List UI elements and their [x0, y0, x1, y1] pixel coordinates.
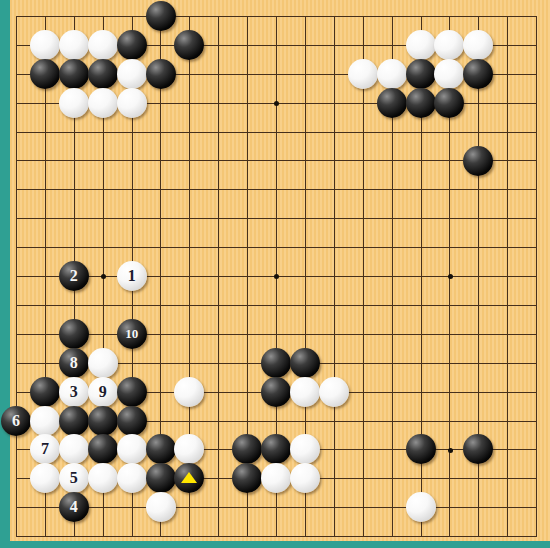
- intersection[interactable]: [204, 146, 233, 175]
- intersection[interactable]: [348, 88, 377, 117]
- intersection[interactable]: [319, 377, 348, 406]
- intersection[interactable]: [406, 146, 435, 175]
- intersection[interactable]: [522, 59, 550, 88]
- intersection[interactable]: [31, 233, 60, 262]
- intersection[interactable]: [117, 348, 146, 377]
- intersection[interactable]: [204, 262, 233, 291]
- intersection[interactable]: 9: [88, 377, 117, 406]
- intersection[interactable]: [2, 348, 31, 377]
- intersection[interactable]: [377, 262, 406, 291]
- intersection[interactable]: [31, 204, 60, 233]
- intersection[interactable]: [175, 291, 204, 320]
- intersection[interactable]: [262, 146, 291, 175]
- intersection[interactable]: [31, 522, 60, 548]
- intersection[interactable]: [233, 117, 262, 146]
- intersection[interactable]: [435, 117, 464, 146]
- intersection[interactable]: [522, 146, 550, 175]
- intersection[interactable]: [146, 493, 175, 522]
- intersection[interactable]: [2, 291, 31, 320]
- intersection[interactable]: [262, 291, 291, 320]
- intersection[interactable]: [31, 2, 60, 31]
- intersection[interactable]: [435, 493, 464, 522]
- intersection[interactable]: [522, 319, 550, 348]
- intersection[interactable]: [175, 59, 204, 88]
- intersection[interactable]: [291, 522, 320, 548]
- intersection[interactable]: [146, 31, 175, 60]
- intersection[interactable]: [204, 348, 233, 377]
- intersection[interactable]: [319, 319, 348, 348]
- intersection[interactable]: [319, 464, 348, 493]
- intersection[interactable]: [464, 319, 493, 348]
- intersection[interactable]: [319, 175, 348, 204]
- intersection[interactable]: [204, 31, 233, 60]
- intersection[interactable]: [59, 435, 88, 464]
- intersection[interactable]: [117, 204, 146, 233]
- intersection[interactable]: [319, 435, 348, 464]
- intersection[interactable]: [59, 88, 88, 117]
- intersection[interactable]: [493, 377, 522, 406]
- intersection[interactable]: [233, 291, 262, 320]
- intersection[interactable]: [31, 146, 60, 175]
- intersection[interactable]: [377, 146, 406, 175]
- intersection[interactable]: [2, 522, 31, 548]
- intersection[interactable]: [435, 175, 464, 204]
- intersection[interactable]: [377, 522, 406, 548]
- intersection[interactable]: [464, 233, 493, 262]
- intersection[interactable]: [291, 175, 320, 204]
- intersection[interactable]: [146, 204, 175, 233]
- intersection[interactable]: [291, 435, 320, 464]
- intersection[interactable]: [522, 406, 550, 435]
- intersection[interactable]: [117, 233, 146, 262]
- intersection[interactable]: [291, 493, 320, 522]
- intersection[interactable]: [2, 146, 31, 175]
- intersection[interactable]: [319, 88, 348, 117]
- intersection[interactable]: [233, 464, 262, 493]
- intersection[interactable]: [464, 175, 493, 204]
- intersection[interactable]: [204, 522, 233, 548]
- intersection[interactable]: [348, 319, 377, 348]
- intersection[interactable]: [233, 88, 262, 117]
- intersection[interactable]: [31, 117, 60, 146]
- intersection[interactable]: [233, 146, 262, 175]
- intersection[interactable]: [377, 175, 406, 204]
- intersection[interactable]: [262, 204, 291, 233]
- intersection[interactable]: [31, 59, 60, 88]
- intersection[interactable]: [406, 291, 435, 320]
- intersection[interactable]: [377, 204, 406, 233]
- intersection[interactable]: [291, 117, 320, 146]
- intersection[interactable]: [435, 348, 464, 377]
- intersection[interactable]: [319, 493, 348, 522]
- intersection[interactable]: [117, 31, 146, 60]
- intersection[interactable]: [31, 175, 60, 204]
- intersection[interactable]: [31, 291, 60, 320]
- intersection[interactable]: [175, 31, 204, 60]
- intersection[interactable]: [348, 348, 377, 377]
- intersection[interactable]: [233, 2, 262, 31]
- intersection[interactable]: [2, 493, 31, 522]
- intersection[interactable]: [88, 348, 117, 377]
- intersection[interactable]: [377, 464, 406, 493]
- intersection[interactable]: [117, 175, 146, 204]
- intersection[interactable]: [377, 348, 406, 377]
- intersection[interactable]: [31, 31, 60, 60]
- intersection[interactable]: [406, 377, 435, 406]
- intersection[interactable]: [2, 435, 31, 464]
- intersection[interactable]: [59, 175, 88, 204]
- intersection[interactable]: [204, 2, 233, 31]
- intersection[interactable]: [493, 464, 522, 493]
- intersection[interactable]: [464, 464, 493, 493]
- intersection[interactable]: [291, 204, 320, 233]
- intersection[interactable]: [2, 262, 31, 291]
- intersection[interactable]: [522, 435, 550, 464]
- intersection[interactable]: [31, 88, 60, 117]
- intersection[interactable]: [31, 493, 60, 522]
- intersection[interactable]: [493, 175, 522, 204]
- intersection[interactable]: [319, 233, 348, 262]
- intersection[interactable]: [348, 117, 377, 146]
- intersection[interactable]: [522, 31, 550, 60]
- intersection[interactable]: [2, 233, 31, 262]
- intersection[interactable]: [59, 2, 88, 31]
- intersection[interactable]: 6: [2, 406, 31, 435]
- intersection[interactable]: [522, 88, 550, 117]
- intersection[interactable]: [175, 319, 204, 348]
- intersection[interactable]: [2, 464, 31, 493]
- intersection[interactable]: [88, 2, 117, 31]
- intersection[interactable]: [348, 291, 377, 320]
- intersection[interactable]: [493, 291, 522, 320]
- intersection[interactable]: [377, 233, 406, 262]
- intersection[interactable]: [233, 522, 262, 548]
- intersection[interactable]: [146, 146, 175, 175]
- intersection[interactable]: [117, 464, 146, 493]
- intersection[interactable]: [204, 291, 233, 320]
- intersection[interactable]: [2, 175, 31, 204]
- intersection[interactable]: [88, 204, 117, 233]
- intersection[interactable]: [291, 233, 320, 262]
- intersection[interactable]: [348, 175, 377, 204]
- intersection[interactable]: [348, 146, 377, 175]
- intersection[interactable]: [88, 117, 117, 146]
- intersection[interactable]: [2, 88, 31, 117]
- intersection[interactable]: [522, 233, 550, 262]
- intersection[interactable]: [348, 377, 377, 406]
- intersection[interactable]: [59, 204, 88, 233]
- intersection[interactable]: [59, 522, 88, 548]
- intersection[interactable]: [406, 2, 435, 31]
- intersection[interactable]: [522, 377, 550, 406]
- intersection[interactable]: [175, 348, 204, 377]
- intersection[interactable]: [435, 31, 464, 60]
- intersection[interactable]: [31, 406, 60, 435]
- intersection[interactable]: [464, 262, 493, 291]
- intersection[interactable]: [233, 233, 262, 262]
- intersection[interactable]: [117, 291, 146, 320]
- intersection[interactable]: [175, 146, 204, 175]
- intersection[interactable]: [262, 406, 291, 435]
- intersection[interactable]: 7: [31, 435, 60, 464]
- intersection[interactable]: [88, 319, 117, 348]
- intersection[interactable]: [377, 319, 406, 348]
- intersection[interactable]: [88, 233, 117, 262]
- intersection[interactable]: [2, 2, 31, 31]
- intersection[interactable]: [464, 435, 493, 464]
- intersection[interactable]: [204, 377, 233, 406]
- intersection[interactable]: [204, 117, 233, 146]
- intersection[interactable]: [59, 59, 88, 88]
- intersection[interactable]: [291, 262, 320, 291]
- intersection[interactable]: [348, 464, 377, 493]
- intersection[interactable]: [88, 291, 117, 320]
- intersection[interactable]: [146, 522, 175, 548]
- intersection[interactable]: [175, 522, 204, 548]
- intersection[interactable]: 2: [59, 262, 88, 291]
- intersection[interactable]: [493, 117, 522, 146]
- intersection[interactable]: [291, 348, 320, 377]
- intersection[interactable]: [348, 493, 377, 522]
- intersection[interactable]: [262, 493, 291, 522]
- intersection[interactable]: [406, 464, 435, 493]
- intersection[interactable]: [59, 117, 88, 146]
- intersection[interactable]: [262, 522, 291, 548]
- intersection[interactable]: [522, 493, 550, 522]
- intersection[interactable]: [262, 348, 291, 377]
- intersection[interactable]: [291, 2, 320, 31]
- intersection[interactable]: [493, 406, 522, 435]
- intersection[interactable]: [406, 435, 435, 464]
- intersection[interactable]: [435, 435, 464, 464]
- intersection[interactable]: [464, 59, 493, 88]
- intersection[interactable]: [175, 377, 204, 406]
- intersection[interactable]: [522, 204, 550, 233]
- intersection[interactable]: [435, 233, 464, 262]
- intersection[interactable]: [233, 204, 262, 233]
- intersection[interactable]: [406, 348, 435, 377]
- intersection[interactable]: [406, 522, 435, 548]
- intersection[interactable]: [291, 146, 320, 175]
- intersection[interactable]: [464, 348, 493, 377]
- intersection[interactable]: [291, 406, 320, 435]
- intersection[interactable]: [262, 31, 291, 60]
- intersection[interactable]: [464, 117, 493, 146]
- intersection[interactable]: [204, 59, 233, 88]
- intersection[interactable]: [233, 59, 262, 88]
- intersection[interactable]: [175, 262, 204, 291]
- intersection[interactable]: [31, 319, 60, 348]
- intersection[interactable]: [493, 204, 522, 233]
- intersection[interactable]: [435, 522, 464, 548]
- intersection[interactable]: [464, 204, 493, 233]
- intersection[interactable]: [175, 435, 204, 464]
- intersection[interactable]: [493, 262, 522, 291]
- intersection[interactable]: [319, 2, 348, 31]
- intersection[interactable]: [262, 435, 291, 464]
- intersection[interactable]: [88, 31, 117, 60]
- intersection[interactable]: [2, 204, 31, 233]
- intersection[interactable]: [233, 319, 262, 348]
- intersection[interactable]: [233, 31, 262, 60]
- intersection[interactable]: [262, 59, 291, 88]
- intersection[interactable]: [522, 522, 550, 548]
- intersection[interactable]: [204, 233, 233, 262]
- intersection[interactable]: [146, 233, 175, 262]
- intersection[interactable]: [262, 233, 291, 262]
- intersection[interactable]: [2, 31, 31, 60]
- intersection[interactable]: [88, 146, 117, 175]
- intersection[interactable]: 10: [117, 319, 146, 348]
- intersection[interactable]: [377, 435, 406, 464]
- intersection[interactable]: [88, 522, 117, 548]
- intersection[interactable]: [522, 117, 550, 146]
- intersection[interactable]: [291, 464, 320, 493]
- intersection[interactable]: [175, 117, 204, 146]
- intersection[interactable]: [146, 262, 175, 291]
- intersection[interactable]: [377, 493, 406, 522]
- intersection[interactable]: [435, 2, 464, 31]
- intersection[interactable]: [262, 117, 291, 146]
- intersection[interactable]: [435, 262, 464, 291]
- intersection[interactable]: [464, 146, 493, 175]
- intersection[interactable]: 1: [117, 262, 146, 291]
- intersection[interactable]: [291, 88, 320, 117]
- intersection[interactable]: [377, 291, 406, 320]
- intersection[interactable]: [464, 2, 493, 31]
- intersection[interactable]: [117, 2, 146, 31]
- intersection[interactable]: [406, 319, 435, 348]
- intersection[interactable]: [291, 59, 320, 88]
- intersection[interactable]: [377, 31, 406, 60]
- intersection[interactable]: [406, 204, 435, 233]
- intersection[interactable]: [146, 377, 175, 406]
- intersection[interactable]: [319, 291, 348, 320]
- intersection[interactable]: [406, 493, 435, 522]
- intersection[interactable]: [88, 493, 117, 522]
- intersection[interactable]: [377, 117, 406, 146]
- intersection[interactable]: [175, 406, 204, 435]
- intersection[interactable]: [31, 262, 60, 291]
- intersection[interactable]: [233, 348, 262, 377]
- intersection[interactable]: [493, 493, 522, 522]
- intersection[interactable]: [88, 175, 117, 204]
- intersection[interactable]: [175, 493, 204, 522]
- intersection[interactable]: [146, 406, 175, 435]
- intersection[interactable]: 3: [59, 377, 88, 406]
- intersection[interactable]: [175, 464, 204, 493]
- intersection[interactable]: [435, 204, 464, 233]
- intersection[interactable]: [146, 117, 175, 146]
- intersection[interactable]: [464, 291, 493, 320]
- intersection[interactable]: [233, 377, 262, 406]
- intersection[interactable]: [2, 59, 31, 88]
- intersection[interactable]: [348, 2, 377, 31]
- intersection[interactable]: [59, 233, 88, 262]
- intersection[interactable]: [348, 435, 377, 464]
- intersection[interactable]: [406, 406, 435, 435]
- intersection[interactable]: [493, 233, 522, 262]
- intersection[interactable]: [377, 406, 406, 435]
- intersection[interactable]: [493, 88, 522, 117]
- intersection[interactable]: [348, 233, 377, 262]
- intersection[interactable]: [146, 59, 175, 88]
- intersection[interactable]: [262, 319, 291, 348]
- intersection[interactable]: [59, 146, 88, 175]
- intersection[interactable]: [319, 146, 348, 175]
- intersection[interactable]: [493, 146, 522, 175]
- intersection[interactable]: [31, 377, 60, 406]
- intersection[interactable]: [146, 464, 175, 493]
- intersection[interactable]: [88, 88, 117, 117]
- intersection[interactable]: [59, 291, 88, 320]
- intersection[interactable]: [406, 31, 435, 60]
- intersection[interactable]: [204, 319, 233, 348]
- intersection[interactable]: [204, 88, 233, 117]
- intersection[interactable]: [291, 377, 320, 406]
- intersection[interactable]: [117, 117, 146, 146]
- intersection[interactable]: [146, 291, 175, 320]
- intersection[interactable]: [493, 2, 522, 31]
- intersection[interactable]: [146, 348, 175, 377]
- intersection[interactable]: [522, 348, 550, 377]
- intersection[interactable]: [59, 406, 88, 435]
- intersection[interactable]: [319, 522, 348, 548]
- intersection[interactable]: [435, 406, 464, 435]
- intersection[interactable]: [435, 59, 464, 88]
- intersection[interactable]: [146, 319, 175, 348]
- intersection[interactable]: [522, 262, 550, 291]
- intersection[interactable]: [88, 262, 117, 291]
- intersection[interactable]: [88, 464, 117, 493]
- intersection[interactable]: [493, 31, 522, 60]
- intersection[interactable]: [262, 2, 291, 31]
- intersection[interactable]: [233, 493, 262, 522]
- intersection[interactable]: [204, 435, 233, 464]
- intersection[interactable]: [204, 175, 233, 204]
- intersection[interactable]: [262, 88, 291, 117]
- intersection[interactable]: [291, 291, 320, 320]
- intersection[interactable]: [204, 204, 233, 233]
- intersection[interactable]: [348, 59, 377, 88]
- intersection[interactable]: [406, 262, 435, 291]
- intersection[interactable]: [522, 2, 550, 31]
- intersection[interactable]: [348, 522, 377, 548]
- intersection[interactable]: [464, 88, 493, 117]
- intersection[interactable]: 4: [59, 493, 88, 522]
- intersection[interactable]: [377, 2, 406, 31]
- intersection[interactable]: [348, 262, 377, 291]
- intersection[interactable]: [59, 31, 88, 60]
- intersection[interactable]: [2, 377, 31, 406]
- intersection[interactable]: [319, 204, 348, 233]
- intersection[interactable]: [435, 464, 464, 493]
- intersection[interactable]: [117, 377, 146, 406]
- intersection[interactable]: [522, 175, 550, 204]
- intersection[interactable]: [377, 59, 406, 88]
- intersection[interactable]: [319, 262, 348, 291]
- intersection[interactable]: [204, 464, 233, 493]
- intersection[interactable]: [464, 406, 493, 435]
- intersection[interactable]: [117, 522, 146, 548]
- intersection[interactable]: [348, 31, 377, 60]
- intersection[interactable]: [146, 2, 175, 31]
- intersection[interactable]: [522, 291, 550, 320]
- intersection[interactable]: [262, 464, 291, 493]
- intersection[interactable]: [319, 59, 348, 88]
- intersection[interactable]: [319, 406, 348, 435]
- intersection[interactable]: [204, 493, 233, 522]
